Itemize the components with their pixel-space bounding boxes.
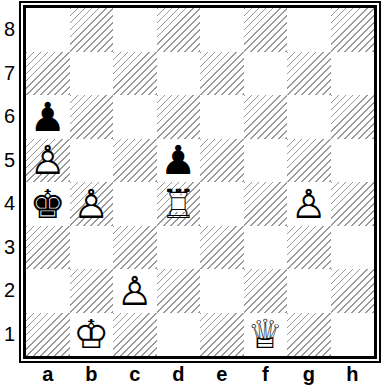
square-d4[interactable]: ♜♖ — [157, 182, 201, 226]
square-f1[interactable]: ♛♕ — [244, 313, 288, 357]
rank-label-4: 4 — [4, 182, 15, 226]
square-f7[interactable] — [244, 52, 288, 96]
square-d5[interactable]: ♟ — [157, 139, 201, 183]
board-frame: ♟♟♙♟♚♟♙♜♖♟♙♟♙♚♔♛♕ — [19, 1, 381, 363]
square-h2[interactable] — [331, 269, 375, 313]
piece-white-king: ♔ — [70, 313, 114, 357]
square-g4[interactable]: ♟♙ — [287, 182, 331, 226]
piece-white-pawn: ♙ — [113, 269, 157, 313]
square-a3[interactable] — [26, 226, 70, 270]
square-b3[interactable] — [70, 226, 114, 270]
square-b6[interactable] — [70, 95, 114, 139]
square-d3[interactable] — [157, 226, 201, 270]
square-e4[interactable] — [200, 182, 244, 226]
square-a6[interactable]: ♟ — [26, 95, 70, 139]
square-f3[interactable] — [244, 226, 288, 270]
square-e5[interactable] — [200, 139, 244, 183]
file-label-e: e — [200, 363, 244, 386]
square-c5[interactable] — [113, 139, 157, 183]
square-b1[interactable]: ♚♔ — [70, 313, 114, 357]
piece-black-king: ♚ — [26, 182, 70, 226]
square-e2[interactable] — [200, 269, 244, 313]
square-h8[interactable] — [331, 8, 375, 52]
rank-labels: 87654321 — [0, 1, 19, 386]
square-a8[interactable] — [26, 8, 70, 52]
square-e3[interactable] — [200, 226, 244, 270]
rank-label-2: 2 — [4, 269, 15, 313]
rank-label-7: 7 — [4, 52, 15, 96]
square-e8[interactable] — [200, 8, 244, 52]
square-g8[interactable] — [287, 8, 331, 52]
square-b2[interactable] — [70, 269, 114, 313]
square-f6[interactable] — [244, 95, 288, 139]
square-h4[interactable] — [331, 182, 375, 226]
square-c3[interactable] — [113, 226, 157, 270]
square-g1[interactable] — [287, 313, 331, 357]
piece-white-rook: ♖ — [157, 182, 201, 226]
square-h7[interactable] — [331, 52, 375, 96]
rank-label-1: 1 — [4, 313, 15, 357]
square-d6[interactable] — [157, 95, 201, 139]
square-d8[interactable] — [157, 8, 201, 52]
square-g3[interactable] — [287, 226, 331, 270]
rank-label-6: 6 — [4, 95, 15, 139]
square-e1[interactable] — [200, 313, 244, 357]
rank-label-5: 5 — [4, 139, 15, 183]
file-label-h: h — [331, 363, 375, 386]
square-d2[interactable] — [157, 269, 201, 313]
square-h3[interactable] — [331, 226, 375, 270]
square-f4[interactable] — [244, 182, 288, 226]
square-e7[interactable] — [200, 52, 244, 96]
chess-board: ♟♟♙♟♚♟♙♜♖♟♙♟♙♚♔♛♕ — [26, 8, 374, 356]
square-c2[interactable]: ♟♙ — [113, 269, 157, 313]
square-a5[interactable]: ♟♙ — [26, 139, 70, 183]
piece-black-pawn: ♟ — [26, 95, 70, 139]
square-a4[interactable]: ♚ — [26, 182, 70, 226]
square-a2[interactable] — [26, 269, 70, 313]
square-f2[interactable] — [244, 269, 288, 313]
square-h1[interactable] — [331, 313, 375, 357]
square-e6[interactable] — [200, 95, 244, 139]
piece-white-pawn: ♙ — [26, 139, 70, 183]
square-b8[interactable] — [70, 8, 114, 52]
file-label-g: g — [287, 363, 331, 386]
square-f8[interactable] — [244, 8, 288, 52]
square-a7[interactable] — [26, 52, 70, 96]
square-c6[interactable] — [113, 95, 157, 139]
piece-white-pawn: ♙ — [287, 182, 331, 226]
file-label-d: d — [157, 363, 201, 386]
square-g7[interactable] — [287, 52, 331, 96]
square-h5[interactable] — [331, 139, 375, 183]
square-b4[interactable]: ♟♙ — [70, 182, 114, 226]
chess-diagram: 87654321 ♟♟♙♟♚♟♙♜♖♟♙♟♙♚♔♛♕ abcdefgh — [0, 0, 383, 386]
square-b7[interactable] — [70, 52, 114, 96]
file-label-a: a — [26, 363, 70, 386]
file-labels: abcdefgh — [26, 363, 381, 386]
square-b5[interactable] — [70, 139, 114, 183]
square-c8[interactable] — [113, 8, 157, 52]
square-h6[interactable] — [331, 95, 375, 139]
square-g6[interactable] — [287, 95, 331, 139]
file-label-b: b — [70, 363, 114, 386]
square-d1[interactable] — [157, 313, 201, 357]
square-c1[interactable] — [113, 313, 157, 357]
piece-white-queen: ♕ — [244, 313, 288, 357]
rank-label-3: 3 — [4, 226, 15, 270]
piece-white-pawn: ♙ — [70, 182, 114, 226]
square-g5[interactable] — [287, 139, 331, 183]
square-c7[interactable] — [113, 52, 157, 96]
square-c4[interactable] — [113, 182, 157, 226]
square-g2[interactable] — [287, 269, 331, 313]
square-a1[interactable] — [26, 313, 70, 357]
file-label-c: c — [113, 363, 157, 386]
file-label-f: f — [244, 363, 288, 386]
square-f5[interactable] — [244, 139, 288, 183]
rank-label-8: 8 — [4, 8, 15, 52]
square-d7[interactable] — [157, 52, 201, 96]
piece-black-pawn: ♟ — [157, 139, 201, 183]
